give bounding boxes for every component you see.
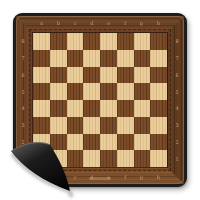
coord-file-top-f: f	[124, 20, 126, 26]
square-f3	[117, 117, 134, 134]
square-d6	[83, 67, 100, 84]
square-f2	[117, 134, 134, 151]
coord-rank-left-8: 8	[21, 38, 24, 44]
board-frame-right	[167, 16, 184, 184]
coord-rank-left-5: 5	[21, 89, 24, 95]
coord-file-top-c: c	[74, 20, 77, 26]
square-f6	[117, 67, 134, 84]
coord-file-bottom-a: a	[40, 174, 43, 180]
board-frame-bottom	[16, 167, 184, 184]
coord-rank-left-4: 4	[21, 105, 24, 111]
square-a4	[33, 100, 50, 117]
square-b1	[50, 150, 67, 167]
square-d2	[83, 134, 100, 151]
coord-rank-right-1: 1	[175, 156, 178, 162]
coord-file-top-h: h	[157, 20, 160, 26]
chess-mat: abcdefgh abcdefgh 87654321 87654321	[13, 13, 187, 187]
coord-rank-right-7: 7	[175, 55, 178, 61]
coord-file-bottom-c: c	[74, 174, 77, 180]
square-c6	[67, 67, 84, 84]
square-d7	[83, 50, 100, 67]
square-h4	[150, 100, 167, 117]
coord-rank-left-3: 3	[21, 122, 24, 128]
brand-mark-smudge	[89, 177, 111, 180]
coord-rank-left-2: 2	[21, 139, 24, 145]
square-b6	[50, 67, 67, 84]
square-d8	[83, 33, 100, 50]
square-b3	[50, 117, 67, 134]
square-b2	[50, 134, 67, 151]
square-g2	[134, 134, 151, 151]
coord-rank-right-8: 8	[175, 38, 178, 44]
coord-file-bottom-b: b	[57, 174, 60, 180]
square-g5	[134, 83, 151, 100]
square-h1	[150, 150, 167, 167]
square-f4	[117, 100, 134, 117]
square-h6	[150, 67, 167, 84]
coord-file-top-d: d	[90, 20, 93, 26]
square-b7	[50, 50, 67, 67]
square-a1	[33, 150, 50, 167]
square-f1	[117, 150, 134, 167]
coord-file-top-a: a	[40, 20, 43, 26]
square-d1	[83, 150, 100, 167]
coord-rank-left-6: 6	[21, 72, 24, 78]
coord-file-bottom-f: f	[124, 174, 126, 180]
square-d5	[83, 83, 100, 100]
coord-rank-right-2: 2	[175, 139, 178, 145]
coord-rank-right-5: 5	[175, 89, 178, 95]
square-a3	[33, 117, 50, 134]
square-c3	[67, 117, 84, 134]
coord-file-top-e: e	[107, 20, 110, 26]
square-e8	[100, 33, 117, 50]
coord-rank-left-1: 1	[21, 156, 24, 162]
square-f5	[117, 83, 134, 100]
file-labels-top: abcdefgh	[33, 18, 167, 28]
square-a6	[33, 67, 50, 84]
product-photo: abcdefgh abcdefgh 87654321 87654321	[0, 0, 200, 200]
square-c2	[67, 134, 84, 151]
square-d4	[83, 100, 100, 117]
square-h2	[150, 134, 167, 151]
coord-file-top-b: b	[57, 20, 60, 26]
square-f8	[117, 33, 134, 50]
square-g7	[134, 50, 151, 67]
square-g3	[134, 117, 151, 134]
square-e3	[100, 117, 117, 134]
square-c1	[67, 150, 84, 167]
square-h7	[150, 50, 167, 67]
square-h8	[150, 33, 167, 50]
square-g1	[134, 150, 151, 167]
square-e7	[100, 50, 117, 67]
rank-labels-right: 87654321	[172, 33, 182, 167]
rank-labels-left: 87654321	[18, 33, 28, 167]
square-e2	[100, 134, 117, 151]
square-a7	[33, 50, 50, 67]
chess-board	[33, 33, 167, 167]
square-c7	[67, 50, 84, 67]
square-h3	[150, 117, 167, 134]
coord-file-bottom-h: h	[157, 174, 160, 180]
square-b5	[50, 83, 67, 100]
square-h5	[150, 83, 167, 100]
square-f7	[117, 50, 134, 67]
board-frame-top	[16, 16, 184, 33]
square-g6	[134, 67, 151, 84]
coord-rank-right-6: 6	[175, 72, 178, 78]
square-c8	[67, 33, 84, 50]
square-g4	[134, 100, 151, 117]
square-e1	[100, 150, 117, 167]
square-b4	[50, 100, 67, 117]
square-c4	[67, 100, 84, 117]
coord-rank-right-3: 3	[175, 122, 178, 128]
square-e6	[100, 67, 117, 84]
square-a5	[33, 83, 50, 100]
square-a2	[33, 134, 50, 151]
square-b8	[50, 33, 67, 50]
board-frame-left	[16, 16, 33, 184]
coord-file-bottom-g: g	[140, 174, 143, 180]
square-g8	[134, 33, 151, 50]
square-d3	[83, 117, 100, 134]
square-c5	[67, 83, 84, 100]
square-e5	[100, 83, 117, 100]
coord-file-top-g: g	[140, 20, 143, 26]
square-e4	[100, 100, 117, 117]
coord-rank-right-4: 4	[175, 105, 178, 111]
coord-rank-left-7: 7	[21, 55, 24, 61]
square-a8	[33, 33, 50, 50]
